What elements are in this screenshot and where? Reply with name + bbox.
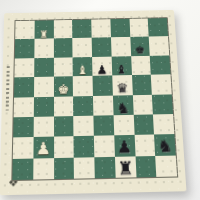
square-e6[interactable]: ♟: [92, 56, 112, 76]
square-d7[interactable]: [73, 38, 93, 57]
square-a3[interactable]: [13, 117, 33, 138]
square-g3[interactable]: [133, 114, 154, 135]
white-bishop[interactable]: ♝: [77, 64, 88, 76]
square-h7[interactable]: [149, 36, 169, 55]
square-d8[interactable]: [72, 20, 91, 39]
square-b2[interactable]: ♟: [33, 137, 53, 158]
square-f6[interactable]: ♝: [111, 56, 131, 76]
square-h1[interactable]: [155, 155, 177, 177]
square-d1[interactable]: [74, 157, 95, 179]
square-c2[interactable]: [54, 136, 74, 157]
square-f5[interactable]: ♛: [112, 75, 132, 95]
square-e7[interactable]: [92, 38, 112, 57]
square-f2[interactable]: ♟: [114, 135, 135, 156]
square-f7[interactable]: [111, 37, 131, 56]
square-a7[interactable]: [15, 39, 35, 58]
black-pawn[interactable]: ♟: [96, 64, 107, 76]
square-g6[interactable]: [131, 56, 151, 76]
square-b5[interactable]: [34, 77, 54, 97]
square-f4[interactable]: ♞: [113, 95, 134, 115]
board-grid: ♜♚♝♟♝♚♛♞♟♟♞♜: [12, 18, 177, 180]
square-g7[interactable]: ♚: [130, 37, 150, 56]
chess-board: ❖ ♜♚♝♟♝♚♛♞♟♟♞♜: [0, 10, 186, 195]
black-bishop[interactable]: ♝: [116, 64, 127, 76]
square-c1[interactable]: [54, 157, 75, 179]
square-b3[interactable]: [33, 116, 53, 137]
square-e3[interactable]: [93, 115, 114, 136]
square-b7[interactable]: [34, 39, 53, 58]
square-d6[interactable]: ♝: [73, 57, 93, 77]
board-edge-text: [6, 66, 10, 110]
square-e1[interactable]: [94, 156, 115, 178]
desk-surface: ❖ ♜♚♝♟♝♚♛♞♟♟♞♜: [0, 0, 200, 200]
square-d4[interactable]: [73, 96, 93, 116]
square-e8[interactable]: [91, 19, 111, 38]
black-knight[interactable]: ♞: [116, 101, 129, 115]
square-b8[interactable]: ♜: [34, 20, 53, 39]
white-king[interactable]: ♚: [57, 83, 69, 96]
black-pawn[interactable]: ♟: [117, 139, 133, 156]
square-g5[interactable]: [132, 75, 153, 95]
square-c8[interactable]: [53, 20, 72, 39]
square-h2[interactable]: ♞: [154, 134, 175, 155]
square-c5[interactable]: ♚: [53, 76, 73, 96]
square-e4[interactable]: [93, 95, 113, 115]
square-c7[interactable]: [53, 38, 72, 57]
square-g2[interactable]: [134, 135, 155, 156]
square-a1[interactable]: [12, 158, 33, 180]
square-d5[interactable]: [73, 76, 93, 96]
square-d3[interactable]: [73, 116, 93, 137]
square-f3[interactable]: [113, 115, 134, 136]
square-g8[interactable]: [129, 18, 149, 37]
square-h8[interactable]: [148, 18, 168, 37]
square-c6[interactable]: [53, 57, 73, 77]
square-e2[interactable]: [94, 136, 115, 157]
square-a6[interactable]: [14, 58, 34, 78]
square-b6[interactable]: [34, 58, 54, 78]
black-rook[interactable]: ♜: [117, 159, 134, 177]
square-c3[interactable]: [54, 116, 74, 137]
square-h5[interactable]: [151, 74, 172, 94]
white-pawn[interactable]: ♟: [36, 141, 51, 158]
black-queen[interactable]: ♛: [116, 82, 128, 95]
square-c4[interactable]: [53, 96, 73, 116]
white-rook[interactable]: ♜: [39, 29, 48, 39]
square-a4[interactable]: [14, 97, 34, 117]
square-a8[interactable]: [15, 21, 34, 40]
square-h6[interactable]: [150, 55, 171, 75]
square-g4[interactable]: [132, 94, 153, 114]
square-f8[interactable]: [110, 19, 130, 38]
square-b4[interactable]: [34, 96, 54, 116]
black-knight[interactable]: ♞: [157, 139, 173, 156]
square-f1[interactable]: ♜: [115, 156, 136, 178]
square-e5[interactable]: [93, 76, 113, 96]
square-g1[interactable]: [135, 156, 157, 178]
square-d2[interactable]: [74, 136, 95, 157]
square-h3[interactable]: [153, 114, 174, 135]
square-a2[interactable]: [13, 137, 34, 158]
square-a5[interactable]: [14, 77, 34, 97]
square-b1[interactable]: [33, 158, 54, 180]
black-king[interactable]: ♚: [135, 45, 146, 56]
square-h4[interactable]: [152, 94, 173, 114]
board-perspective-wrap: ❖ ♜♚♝♟♝♚♛♞♟♟♞♜: [0, 10, 186, 195]
